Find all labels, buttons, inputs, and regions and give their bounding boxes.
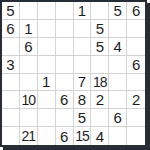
cell-r3c6-clue[interactable]: 5 — [91, 38, 109, 56]
cell-r4c3-empty[interactable] — [38, 56, 56, 74]
cell-r2c6-clue[interactable]: 5 — [91, 20, 109, 38]
cell-r5c7-empty[interactable] — [109, 74, 127, 92]
cell-r3c5-empty[interactable] — [74, 38, 92, 56]
cell-r5c3-clue[interactable]: 1 — [38, 74, 56, 92]
cell-r4c2-empty[interactable] — [20, 56, 38, 74]
cell-r3c1-empty[interactable] — [2, 38, 20, 56]
cell-r6c4-clue[interactable]: 6 — [56, 91, 74, 109]
cell-r5c8-empty[interactable] — [127, 74, 145, 92]
cell-r8c7-empty[interactable] — [109, 127, 127, 145]
cell-r7c7-clue[interactable]: 6 — [109, 109, 127, 127]
cell-r2c7-empty[interactable] — [109, 20, 127, 38]
cell-r1c6-empty[interactable] — [91, 2, 109, 20]
cell-r5c5-clue[interactable]: 7 — [74, 74, 92, 92]
cell-r6c2-clue[interactable]: 10 — [20, 91, 38, 109]
cell-r7c8-empty[interactable] — [127, 109, 145, 127]
cell-r8c3-empty[interactable] — [38, 127, 56, 145]
cell-r4c4-empty[interactable] — [56, 56, 74, 74]
cell-r1c5-clue[interactable]: 1 — [74, 2, 92, 20]
cell-r1c3-empty[interactable] — [38, 2, 56, 20]
cell-r8c8-empty[interactable] — [127, 127, 145, 145]
puzzle-board: 515661565436171810682256216154 — [0, 0, 147, 147]
cell-r7c3-empty[interactable] — [38, 109, 56, 127]
cell-r4c5-empty[interactable] — [74, 56, 92, 74]
cell-r8c5-clue[interactable]: 15 — [74, 127, 92, 145]
puzzle-grid: 515661565436171810682256216154 — [2, 2, 145, 145]
cell-r2c1-clue[interactable]: 6 — [2, 20, 20, 38]
cell-r7c6-empty[interactable] — [91, 109, 109, 127]
cell-r8c6-clue[interactable]: 4 — [91, 127, 109, 145]
cell-r6c8-clue[interactable]: 2 — [127, 91, 145, 109]
cell-r1c2-empty[interactable] — [20, 2, 38, 20]
cell-r3c7-clue[interactable]: 4 — [109, 38, 127, 56]
cell-r8c4-clue[interactable]: 6 — [56, 127, 74, 145]
cell-r6c5-clue[interactable]: 8 — [74, 91, 92, 109]
cell-r8c1-empty[interactable] — [2, 127, 20, 145]
cell-r7c2-empty[interactable] — [20, 109, 38, 127]
cell-r6c1-empty[interactable] — [2, 91, 20, 109]
cell-r3c3-empty[interactable] — [38, 38, 56, 56]
cell-r5c4-empty[interactable] — [56, 74, 74, 92]
cell-r6c7-empty[interactable] — [109, 91, 127, 109]
cell-r3c8-empty[interactable] — [127, 38, 145, 56]
cell-r2c5-empty[interactable] — [74, 20, 92, 38]
cell-r1c4-empty[interactable] — [56, 2, 74, 20]
cell-r5c6-clue[interactable]: 18 — [91, 74, 109, 92]
cell-r7c4-empty[interactable] — [56, 109, 74, 127]
cell-r8c2-clue[interactable]: 21 — [20, 127, 38, 145]
cell-r2c4-empty[interactable] — [56, 20, 74, 38]
cell-r4c7-empty[interactable] — [109, 56, 127, 74]
cell-r4c6-empty[interactable] — [91, 56, 109, 74]
cell-r3c4-empty[interactable] — [56, 38, 74, 56]
cell-r1c7-clue[interactable]: 5 — [109, 2, 127, 20]
cell-r5c1-empty[interactable] — [2, 74, 20, 92]
cell-r1c8-clue[interactable]: 6 — [127, 2, 145, 20]
cell-r3c2-clue[interactable]: 6 — [20, 38, 38, 56]
cell-r1c1-clue[interactable]: 5 — [2, 2, 20, 20]
cell-r2c3-empty[interactable] — [38, 20, 56, 38]
cell-r6c3-empty[interactable] — [38, 91, 56, 109]
cell-r7c5-clue[interactable]: 5 — [74, 109, 92, 127]
cell-r4c1-clue[interactable]: 3 — [2, 56, 20, 74]
cell-r7c1-empty[interactable] — [2, 109, 20, 127]
cell-r2c8-empty[interactable] — [127, 20, 145, 38]
cell-r2c2-clue[interactable]: 1 — [20, 20, 38, 38]
cell-r6c6-clue[interactable]: 2 — [91, 91, 109, 109]
cell-r4c8-clue[interactable]: 6 — [127, 56, 145, 74]
puzzle-stage: 515661565436171810682256216154 — [0, 0, 150, 150]
cell-r5c2-empty[interactable] — [20, 74, 38, 92]
